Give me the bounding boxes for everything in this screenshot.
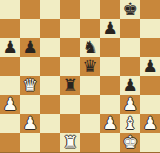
piece-black-king: ♚ bbox=[122, 1, 137, 18]
square-h7[interactable] bbox=[140, 19, 160, 38]
square-d4[interactable]: ♜ bbox=[60, 76, 80, 95]
square-g4[interactable]: ♟ bbox=[120, 76, 140, 95]
square-a4[interactable] bbox=[0, 76, 20, 95]
square-b6[interactable]: ♟ bbox=[20, 38, 40, 57]
piece-black-pawn: ♟ bbox=[142, 58, 157, 75]
square-b5[interactable] bbox=[20, 57, 40, 76]
square-h2[interactable]: ♟ bbox=[140, 114, 160, 133]
square-h6[interactable] bbox=[140, 38, 160, 57]
square-a2[interactable] bbox=[0, 114, 20, 133]
square-g6[interactable] bbox=[120, 38, 140, 57]
square-a3[interactable]: ♟ bbox=[0, 95, 20, 114]
square-c3[interactable] bbox=[40, 95, 60, 114]
square-f3[interactable] bbox=[100, 95, 120, 114]
square-g7[interactable] bbox=[120, 19, 140, 38]
square-f7[interactable]: ♟ bbox=[100, 19, 120, 38]
square-f2[interactable]: ♟ bbox=[100, 114, 120, 133]
square-g3[interactable]: ♟ bbox=[120, 95, 140, 114]
square-c6[interactable] bbox=[40, 38, 60, 57]
square-f6[interactable] bbox=[100, 38, 120, 57]
square-h5[interactable]: ♟ bbox=[140, 57, 160, 76]
square-d7[interactable] bbox=[60, 19, 80, 38]
square-c2[interactable] bbox=[40, 114, 60, 133]
square-h1[interactable] bbox=[140, 133, 160, 152]
piece-black-knight: ♞ bbox=[82, 39, 97, 56]
square-e4[interactable] bbox=[80, 76, 100, 95]
square-c5[interactable] bbox=[40, 57, 60, 76]
piece-white-bishop: ♝ bbox=[122, 115, 137, 132]
piece-black-pawn: ♟ bbox=[2, 39, 17, 56]
square-e5[interactable]: ♛ bbox=[80, 57, 100, 76]
piece-white-pawn: ♟ bbox=[2, 96, 17, 113]
square-a1[interactable] bbox=[0, 133, 20, 152]
square-g5[interactable] bbox=[120, 57, 140, 76]
piece-white-rook: ♜ bbox=[62, 134, 77, 151]
square-a6[interactable]: ♟ bbox=[0, 38, 20, 57]
square-b3[interactable] bbox=[20, 95, 40, 114]
square-b1[interactable] bbox=[20, 133, 40, 152]
square-d5[interactable] bbox=[60, 57, 80, 76]
square-f5[interactable] bbox=[100, 57, 120, 76]
piece-white-pawn: ♟ bbox=[122, 96, 137, 113]
square-b2[interactable]: ♟ bbox=[20, 114, 40, 133]
square-e1[interactable] bbox=[80, 133, 100, 152]
piece-white-king: ♚ bbox=[122, 134, 137, 151]
square-b8[interactable] bbox=[20, 0, 40, 19]
square-h4[interactable] bbox=[140, 76, 160, 95]
piece-black-pawn: ♟ bbox=[102, 20, 117, 37]
square-a8[interactable] bbox=[0, 0, 20, 19]
square-e3[interactable] bbox=[80, 95, 100, 114]
square-d6[interactable] bbox=[60, 38, 80, 57]
chess-board: ♚♟♟♟♞♛♟♛♜♟♟♟♟♟♝♟♜♚ bbox=[0, 0, 160, 153]
piece-black-pawn: ♟ bbox=[22, 39, 37, 56]
square-e7[interactable] bbox=[80, 19, 100, 38]
square-g8[interactable]: ♚ bbox=[120, 0, 140, 19]
piece-white-pawn: ♟ bbox=[22, 115, 37, 132]
square-c7[interactable] bbox=[40, 19, 60, 38]
square-g1[interactable]: ♚ bbox=[120, 133, 140, 152]
square-h8[interactable] bbox=[140, 0, 160, 19]
square-c1[interactable] bbox=[40, 133, 60, 152]
piece-white-pawn: ♟ bbox=[102, 115, 117, 132]
square-d2[interactable] bbox=[60, 114, 80, 133]
square-d3[interactable] bbox=[60, 95, 80, 114]
square-b4[interactable]: ♛ bbox=[20, 76, 40, 95]
square-f1[interactable] bbox=[100, 133, 120, 152]
square-c8[interactable] bbox=[40, 0, 60, 19]
square-a7[interactable] bbox=[0, 19, 20, 38]
square-h3[interactable] bbox=[140, 95, 160, 114]
piece-white-queen: ♛ bbox=[22, 77, 37, 94]
piece-black-queen: ♛ bbox=[82, 58, 97, 75]
piece-black-pawn: ♟ bbox=[122, 77, 137, 94]
square-f4[interactable] bbox=[100, 76, 120, 95]
square-a5[interactable] bbox=[0, 57, 20, 76]
square-d1[interactable]: ♜ bbox=[60, 133, 80, 152]
square-f8[interactable] bbox=[100, 0, 120, 19]
square-e8[interactable] bbox=[80, 0, 100, 19]
square-d8[interactable] bbox=[60, 0, 80, 19]
square-b7[interactable] bbox=[20, 19, 40, 38]
square-e2[interactable] bbox=[80, 114, 100, 133]
piece-black-rook: ♜ bbox=[62, 77, 77, 94]
square-c4[interactable] bbox=[40, 76, 60, 95]
square-g2[interactable]: ♝ bbox=[120, 114, 140, 133]
square-e6[interactable]: ♞ bbox=[80, 38, 100, 57]
piece-white-pawn: ♟ bbox=[142, 115, 157, 132]
